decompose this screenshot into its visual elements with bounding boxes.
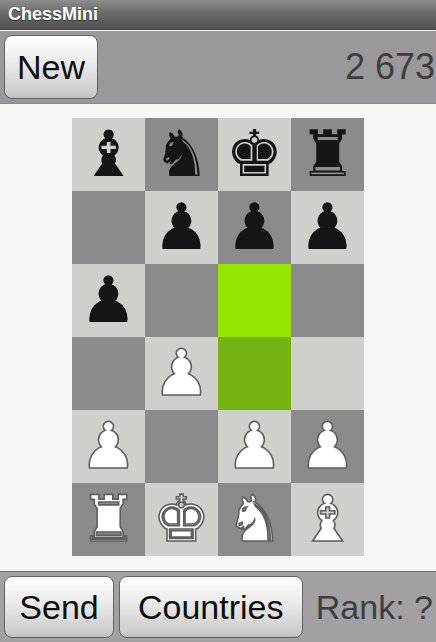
- square-c3[interactable]: [218, 337, 291, 410]
- black-pawn-piece: ♟: [145, 191, 218, 264]
- square-b3[interactable]: ♟: [145, 337, 218, 410]
- black-pawn-piece: ♟: [291, 191, 364, 264]
- square-a1[interactable]: ♜: [72, 483, 145, 556]
- square-d2[interactable]: ♟: [291, 410, 364, 483]
- square-a6[interactable]: ♝: [72, 118, 145, 191]
- black-bishop-piece: ♝: [72, 118, 145, 191]
- square-a5[interactable]: [72, 191, 145, 264]
- square-a4[interactable]: ♟: [72, 264, 145, 337]
- square-b2[interactable]: [145, 410, 218, 483]
- new-game-button[interactable]: New: [4, 35, 98, 99]
- white-pawn-piece: ♟: [72, 410, 145, 483]
- square-c1[interactable]: ♞: [218, 483, 291, 556]
- black-pawn-piece: ♟: [218, 191, 291, 264]
- square-b6[interactable]: ♞: [145, 118, 218, 191]
- square-c6[interactable]: ♚: [218, 118, 291, 191]
- countries-button[interactable]: Countries: [119, 576, 303, 638]
- square-d3[interactable]: [291, 337, 364, 410]
- chess-board: ♝♞♚♜♟♟♟♟♟♟♟♟♜♚♞♝: [72, 118, 364, 556]
- square-a2[interactable]: ♟: [72, 410, 145, 483]
- square-b1[interactable]: ♚: [145, 483, 218, 556]
- send-button[interactable]: Send: [4, 576, 114, 638]
- square-c2[interactable]: ♟: [218, 410, 291, 483]
- bottom-bar: Send Countries Rank: ?: [0, 571, 436, 642]
- square-c4[interactable]: [218, 264, 291, 337]
- white-pawn-piece: ♟: [218, 410, 291, 483]
- white-pawn-piece: ♟: [291, 410, 364, 483]
- square-d6[interactable]: ♜: [291, 118, 364, 191]
- white-knight-piece: ♞: [218, 483, 291, 556]
- square-d5[interactable]: ♟: [291, 191, 364, 264]
- app-screen: ChessMini New 2 673 ♝♞♚♜♟♟♟♟♟♟♟♟♜♚♞♝ Sen…: [0, 0, 436, 642]
- white-pawn-piece: ♟: [145, 337, 218, 410]
- black-knight-piece: ♞: [145, 118, 218, 191]
- black-pawn-piece: ♟: [72, 264, 145, 337]
- score-value: 2 673: [345, 46, 436, 88]
- square-c5[interactable]: ♟: [218, 191, 291, 264]
- app-title: ChessMini: [0, 4, 98, 25]
- toolbar: New 2 673: [0, 31, 436, 104]
- black-king-piece: ♚: [218, 118, 291, 191]
- square-d4[interactable]: [291, 264, 364, 337]
- white-rook-piece: ♜: [72, 483, 145, 556]
- rank-label: Rank: ?: [316, 588, 436, 627]
- square-d1[interactable]: ♝: [291, 483, 364, 556]
- black-rook-piece: ♜: [291, 118, 364, 191]
- square-a3[interactable]: [72, 337, 145, 410]
- white-king-piece: ♚: [145, 483, 218, 556]
- square-b5[interactable]: ♟: [145, 191, 218, 264]
- white-bishop-piece: ♝: [291, 483, 364, 556]
- title-bar: ChessMini: [0, 0, 436, 30]
- square-b4[interactable]: [145, 264, 218, 337]
